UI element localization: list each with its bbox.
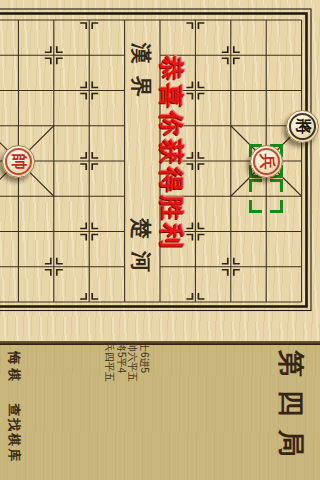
app-screen: 漢界 楚河 恭喜你获得胜利 帥兵將 士6进5帅六平五将5平4兵四平五 第四局 悔…	[0, 0, 320, 480]
move-list: 士6进5帅六平五将5平4兵四平五	[104, 342, 150, 396]
red-piece-兵[interactable]: 兵	[250, 145, 283, 178]
undo-button[interactable]: 悔棋	[7, 348, 22, 390]
river-label-hanjie: 漢界	[129, 46, 153, 106]
move-entry: 士6进5	[139, 342, 151, 396]
victory-banner: 恭喜你获得胜利	[158, 53, 186, 253]
red-piece-帥[interactable]: 帥	[2, 145, 35, 178]
black-piece-將[interactable]: 將	[286, 110, 319, 143]
move-entry: 帅六平五	[127, 342, 139, 396]
move-entry: 将5平4	[116, 342, 128, 396]
round-title: 第四局	[275, 350, 307, 470]
river-label-chuhe: 楚河	[129, 221, 153, 281]
bottom-panel: 士6进5帅六平五将5平4兵四平五 第四局 悔棋 查找棋库	[0, 345, 320, 480]
last-move-highlight	[249, 179, 283, 213]
search-library-button[interactable]: 查找棋库	[7, 402, 22, 466]
move-entry: 兵四平五	[104, 342, 116, 396]
